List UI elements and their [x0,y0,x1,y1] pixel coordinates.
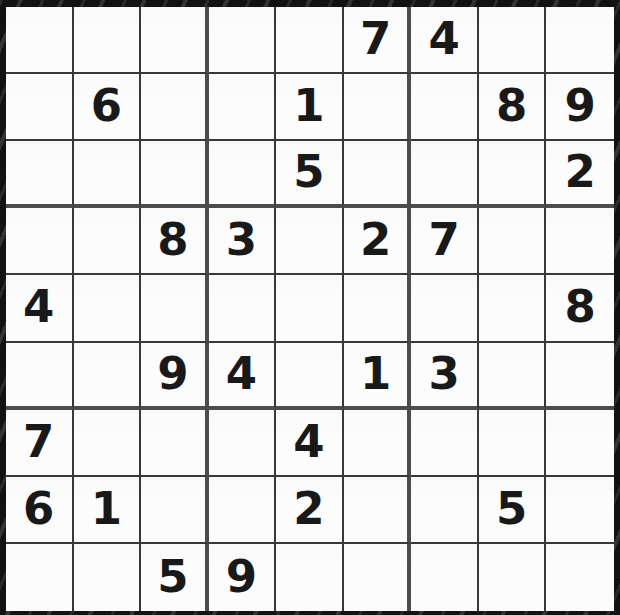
cell-r1c5 [276,7,344,74]
cell-r9c5 [276,544,344,611]
cell-r8c5: 2 [276,477,344,544]
cell-r5c2 [74,275,142,342]
given-digit: 4 [428,16,459,61]
given-digit: 5 [157,554,188,599]
cell-r5c8 [479,275,547,342]
cell-r7c5: 4 [276,410,344,477]
cell-r1c1 [6,7,74,74]
cell-r3c5: 5 [276,141,344,208]
cell-r2c6 [344,74,412,141]
given-digit: 8 [496,83,527,128]
cell-r7c7 [411,410,479,477]
cell-r5c6 [344,275,412,342]
cell-r8c8: 5 [479,477,547,544]
cell-r6c8 [479,343,547,410]
cell-r7c8 [479,410,547,477]
cell-r9c8 [479,544,547,611]
given-digit: 2 [565,149,596,194]
cell-r1c4 [209,7,277,74]
cell-r5c7 [411,275,479,342]
cell-r4c3: 8 [141,208,209,275]
cell-r2c5: 1 [276,74,344,141]
given-digit: 2 [360,217,391,262]
cell-r4c4: 3 [209,208,277,275]
cell-r6c1 [6,343,74,410]
cell-r6c2 [74,343,142,410]
cell-r6c7: 3 [411,343,479,410]
cell-r2c7 [411,74,479,141]
given-digit: 7 [23,419,54,464]
cell-r4c5 [276,208,344,275]
given-digit: 8 [157,217,188,262]
cell-r6c9 [546,343,614,410]
given-digit: 9 [565,83,596,128]
cell-r9c1 [6,544,74,611]
cell-r8c6 [344,477,412,544]
given-digit: 3 [226,217,257,262]
cell-r6c6: 1 [344,343,412,410]
cell-r9c2 [74,544,142,611]
given-digit: 4 [23,284,54,329]
sudoku-board: 74618952832748941374612559 [6,7,614,611]
cell-r8c4 [209,477,277,544]
given-digit: 1 [91,486,122,531]
cell-r3c8 [479,141,547,208]
cell-r3c6 [344,141,412,208]
cell-r3c3 [141,141,209,208]
cell-r2c1 [6,74,74,141]
cell-r6c4: 4 [209,343,277,410]
cell-r4c6: 2 [344,208,412,275]
cell-r7c9 [546,410,614,477]
cell-r9c3: 5 [141,544,209,611]
given-digit: 5 [293,149,324,194]
cell-r8c2: 1 [74,477,142,544]
cell-r2c4 [209,74,277,141]
given-digit: 6 [23,486,54,531]
cell-r4c2 [74,208,142,275]
cell-r7c4 [209,410,277,477]
cell-r7c2 [74,410,142,477]
cell-r7c6 [344,410,412,477]
cell-r4c9 [546,208,614,275]
cell-r1c7: 4 [411,7,479,74]
cell-r2c8: 8 [479,74,547,141]
cell-r9c7 [411,544,479,611]
cell-r9c4: 9 [209,544,277,611]
given-digit: 4 [293,419,324,464]
cell-r2c3 [141,74,209,141]
cell-r1c3 [141,7,209,74]
given-digit: 2 [293,486,324,531]
given-digit: 8 [565,284,596,329]
cell-r1c8 [479,7,547,74]
cell-r5c4 [209,275,277,342]
cell-r7c1: 7 [6,410,74,477]
cell-r3c9: 2 [546,141,614,208]
cell-r4c8 [479,208,547,275]
puzzle-scan-frame: 74618952832748941374612559 [0,0,620,615]
cell-r3c4 [209,141,277,208]
cell-r6c5 [276,343,344,410]
given-digit: 5 [496,486,527,531]
cell-r2c9: 9 [546,74,614,141]
given-digit: 9 [157,351,188,396]
cell-r8c3 [141,477,209,544]
given-digit: 1 [360,351,391,396]
cell-r6c3: 9 [141,343,209,410]
cell-r1c2 [74,7,142,74]
given-digit: 9 [226,554,257,599]
given-digit: 1 [293,83,324,128]
cell-r5c5 [276,275,344,342]
cell-r5c9: 8 [546,275,614,342]
given-digit: 7 [360,16,391,61]
cell-r5c1: 4 [6,275,74,342]
given-digit: 4 [226,351,257,396]
cell-r3c1 [6,141,74,208]
cell-r4c7: 7 [411,208,479,275]
cell-r8c1: 6 [6,477,74,544]
cell-r4c1 [6,208,74,275]
cell-r1c6: 7 [344,7,412,74]
cell-r3c2 [74,141,142,208]
given-digit: 6 [91,83,122,128]
cell-r8c7 [411,477,479,544]
cell-r9c6 [344,544,412,611]
cell-r5c3 [141,275,209,342]
cell-r8c9 [546,477,614,544]
cell-r7c3 [141,410,209,477]
given-digit: 3 [428,351,459,396]
cell-r3c7 [411,141,479,208]
cell-r2c2: 6 [74,74,142,141]
cell-r1c9 [546,7,614,74]
given-digit: 7 [428,217,459,262]
cell-r9c9 [546,544,614,611]
